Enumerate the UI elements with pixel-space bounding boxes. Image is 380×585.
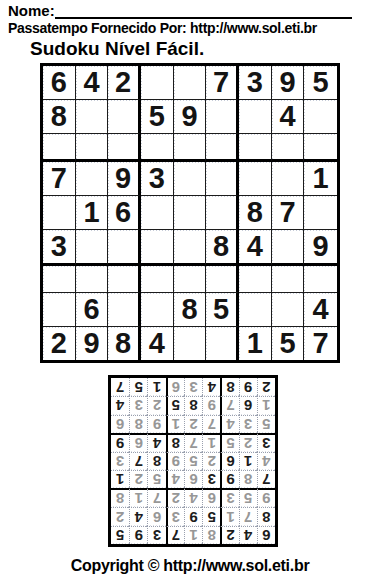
main-cell-r5c6[interactable] [206,196,239,230]
solution-cell-r8c4: 9 [202,396,220,414]
page-title: Sudoku Nível Fácil. [30,38,204,60]
main-cell-r1c2: 4 [76,66,109,100]
solution-cell-r2c4: 5 [202,507,220,525]
solution-cell-r4c6: 4 [166,470,184,488]
main-cell-r2c2[interactable] [76,100,109,134]
main-cell-r3c1[interactable] [43,134,76,162]
solution-cell-r9c5: 3 [184,378,202,396]
main-cell-r1c1: 6 [43,66,76,100]
solution-cell-r7c9: 6 [111,415,129,433]
solution-cell-r6c9: 9 [111,433,129,452]
main-cell-r4c4: 3 [141,162,174,196]
solution-cell-r4c7: 5 [147,470,165,488]
main-cell-r6c7: 4 [239,230,272,266]
main-cell-r1c5[interactable] [174,66,207,100]
main-cell-r4c7[interactable] [239,162,272,196]
main-cell-r3c6[interactable] [206,134,239,162]
main-cell-r3c9[interactable] [304,134,337,162]
main-cell-r6c1: 3 [43,230,76,266]
main-cell-r2c5: 9 [174,100,207,134]
solution-cell-r6c3: 5 [220,433,238,452]
main-cell-r9c9: 7 [304,327,337,360]
main-cell-r3c7[interactable] [239,134,272,162]
solution-cell-r1c1: 6 [257,526,275,544]
solution-cell-r7c4: 7 [202,415,220,433]
main-grid: 6427395859479311687384968542984157 [40,63,340,363]
solution-cell-r2c8: 4 [129,507,147,525]
solution-cell-r5c3: 6 [220,452,238,470]
main-cell-r4c5[interactable] [174,162,207,196]
solution-cell-r4c8: 2 [129,470,147,488]
solution-cell-r9c9: 7 [111,378,129,396]
solution-cell-r1c8: 9 [129,526,147,544]
solution-cell-r8c5: 8 [184,396,202,414]
solution-cell-r8c9: 4 [111,396,129,414]
main-cell-r3c2[interactable] [76,134,109,162]
main-cell-r1c9: 5 [304,66,337,100]
main-cell-r9c1: 2 [43,327,76,360]
main-cell-r6c8[interactable] [272,230,305,266]
main-cell-r2c7[interactable] [239,100,272,134]
main-cell-r7c4[interactable] [141,266,174,294]
solution-cell-r7c7: 9 [147,415,165,433]
main-cell-r5c1[interactable] [43,196,76,230]
main-cell-r4c6[interactable] [206,162,239,196]
main-cell-r2c3[interactable] [108,100,141,134]
solution-cell-r2c2: 7 [239,507,257,525]
main-cell-r5c5[interactable] [174,196,207,230]
solution-cell-r5c6: 9 [166,452,184,470]
solution-cell-r1c9: 5 [111,526,129,544]
solution-cell-r7c3: 4 [220,415,238,433]
main-cell-r1c3: 2 [108,66,141,100]
main-cell-r8c1[interactable] [43,293,76,327]
solution-cell-r3c1: 9 [257,488,275,507]
solution-cell-r7c1: 5 [257,415,275,433]
main-cell-r1c8: 9 [272,66,305,100]
solution-cell-r5c8: 7 [129,452,147,470]
solution-cell-r6c6: 8 [166,433,184,452]
main-cell-r8c6: 5 [206,293,239,327]
solution-cell-r5c2: 1 [239,452,257,470]
copyright-line: Copyright © http://www.sol.eti.br [0,557,380,575]
main-cell-r7c2[interactable] [76,266,109,294]
name-blank-line [55,4,352,19]
solution-cell-r1c6: 7 [166,526,184,544]
main-cell-r1c4[interactable] [141,66,174,100]
main-cell-r7c7[interactable] [239,266,272,294]
solution-cell-r2c6: 3 [166,507,184,525]
solution-cell-r7c6: 1 [166,415,184,433]
main-cell-r4c3: 9 [108,162,141,196]
main-cell-r5c8: 7 [272,196,305,230]
solution-cell-r1c7: 3 [147,526,165,544]
solution-cell-r3c9: 8 [111,488,129,507]
solution-cell-r9c6: 6 [166,378,184,396]
name-label: Nome: [8,2,55,19]
solution-cell-r9c1: 2 [257,378,275,396]
main-cell-r4c9: 1 [304,162,337,196]
solution-cell-r9c2: 9 [239,378,257,396]
solution-cell-r2c3: 1 [220,507,238,525]
solution-cell-r5c7: 8 [147,452,165,470]
solution-cell-r4c4: 3 [202,470,220,488]
solution-cell-r2c5: 9 [184,507,202,525]
solution-cell-r3c6: 2 [166,488,184,507]
solution-grid: 6428173958715936429536427187893645214162… [108,375,278,547]
solution-cell-r4c1: 7 [257,470,275,488]
solution-cell-r8c3: 7 [220,396,238,414]
main-cell-r9c6[interactable] [206,327,239,360]
solution-cell-r9c4: 4 [202,378,220,396]
solution-cell-r4c5: 6 [184,470,202,488]
solution-cell-r1c4: 8 [202,526,220,544]
main-cell-r7c9[interactable] [304,266,337,294]
main-cell-r8c5: 8 [174,293,207,327]
solution-cell-r2c7: 6 [147,507,165,525]
main-cell-r1c6: 7 [206,66,239,100]
main-cell-r8c9: 4 [304,293,337,327]
main-cell-r9c4: 4 [141,327,174,360]
solution-cell-r1c3: 2 [220,526,238,544]
main-cell-r6c9: 9 [304,230,337,266]
main-cell-r7c8[interactable] [272,266,305,294]
main-cell-r8c8[interactable] [272,293,305,327]
main-cell-r2c4: 5 [141,100,174,134]
main-cell-r6c4[interactable] [141,230,174,266]
solution-cell-r4c2: 8 [239,470,257,488]
solution-cell-r6c8: 6 [129,433,147,452]
solution-cell-r6c7: 4 [147,433,165,452]
solution-cell-r3c4: 6 [202,488,220,507]
main-cell-r6c6: 8 [206,230,239,266]
solution-cell-r5c4: 2 [202,452,220,470]
main-cell-r8c3[interactable] [108,293,141,327]
page: Nome: Passatempo Fornecido Por: http://w… [0,0,380,585]
main-cell-r5c3: 6 [108,196,141,230]
solution-cell-r7c2: 3 [239,415,257,433]
solution-cell-r9c3: 8 [220,378,238,396]
solution-cell-r4c3: 9 [220,470,238,488]
main-cell-r2c9[interactable] [304,100,337,134]
main-cell-r3c4[interactable] [141,134,174,162]
main-cell-r4c1: 7 [43,162,76,196]
solution-cell-r6c1: 3 [257,433,275,452]
main-cell-r8c4[interactable] [141,293,174,327]
solution-cell-r3c8: 1 [129,488,147,507]
main-cell-r4c8[interactable] [272,162,305,196]
solution-cell-r3c2: 5 [239,488,257,507]
solution-cell-r6c4: 1 [202,433,220,452]
solution-cell-r6c2: 2 [239,433,257,452]
main-cell-r9c8: 5 [272,327,305,360]
main-cell-r9c2: 9 [76,327,109,360]
solution-cell-r5c9: 3 [111,452,129,470]
solution-cell-r8c8: 3 [129,396,147,414]
main-cell-r7c5[interactable] [174,266,207,294]
main-cell-r9c5[interactable] [174,327,207,360]
main-cell-r6c2[interactable] [76,230,109,266]
main-cell-r7c1[interactable] [43,266,76,294]
main-cell-r3c3[interactable] [108,134,141,162]
main-cell-r1c7: 3 [239,66,272,100]
main-cell-r8c2: 6 [76,293,109,327]
solution-cell-r8c2: 6 [239,396,257,414]
solution-cell-r6c5: 7 [184,433,202,452]
solution-cell-r1c2: 4 [239,526,257,544]
main-cell-r2c1: 8 [43,100,76,134]
main-cell-r7c6[interactable] [206,266,239,294]
provider-line: Passatempo Fornecido Por: http://www.sol… [8,20,317,36]
solution-cell-r3c5: 4 [184,488,202,507]
solution-cell-r7c8: 8 [129,415,147,433]
solution-cell-r8c1: 1 [257,396,275,414]
main-cell-r5c7: 8 [239,196,272,230]
main-cell-r4c2[interactable] [76,162,109,196]
main-cell-r9c7: 1 [239,327,272,360]
solution-cell-r8c6: 5 [166,396,184,414]
main-cell-r2c8: 4 [272,100,305,134]
main-cell-r9c3: 8 [108,327,141,360]
main-cell-r7c3[interactable] [108,266,141,294]
main-cell-r6c3[interactable] [108,230,141,266]
solution-cell-r3c7: 7 [147,488,165,507]
main-cell-r5c4[interactable] [141,196,174,230]
solution-cell-r2c9: 2 [111,507,129,525]
main-cell-r6c5[interactable] [174,230,207,266]
solution-cell-r3c3: 3 [220,488,238,507]
main-cell-r5c2: 1 [76,196,109,230]
solution-cell-r5c1: 4 [257,452,275,470]
main-cell-r3c8[interactable] [272,134,305,162]
main-cell-r5c9[interactable] [304,196,337,230]
solution-cell-r1c5: 1 [184,526,202,544]
solution-cell-r8c7: 2 [147,396,165,414]
solution-cell-r2c1: 8 [257,507,275,525]
main-cell-r2c6[interactable] [206,100,239,134]
solution-cell-r4c9: 1 [111,470,129,488]
solution-cell-r9c7: 1 [147,378,165,396]
solution-cell-r5c5: 5 [184,452,202,470]
solution-cell-r9c8: 5 [129,378,147,396]
name-row: Nome: [8,2,352,19]
solution-cell-r7c5: 2 [184,415,202,433]
main-cell-r8c7[interactable] [239,293,272,327]
main-cell-r3c5[interactable] [174,134,207,162]
